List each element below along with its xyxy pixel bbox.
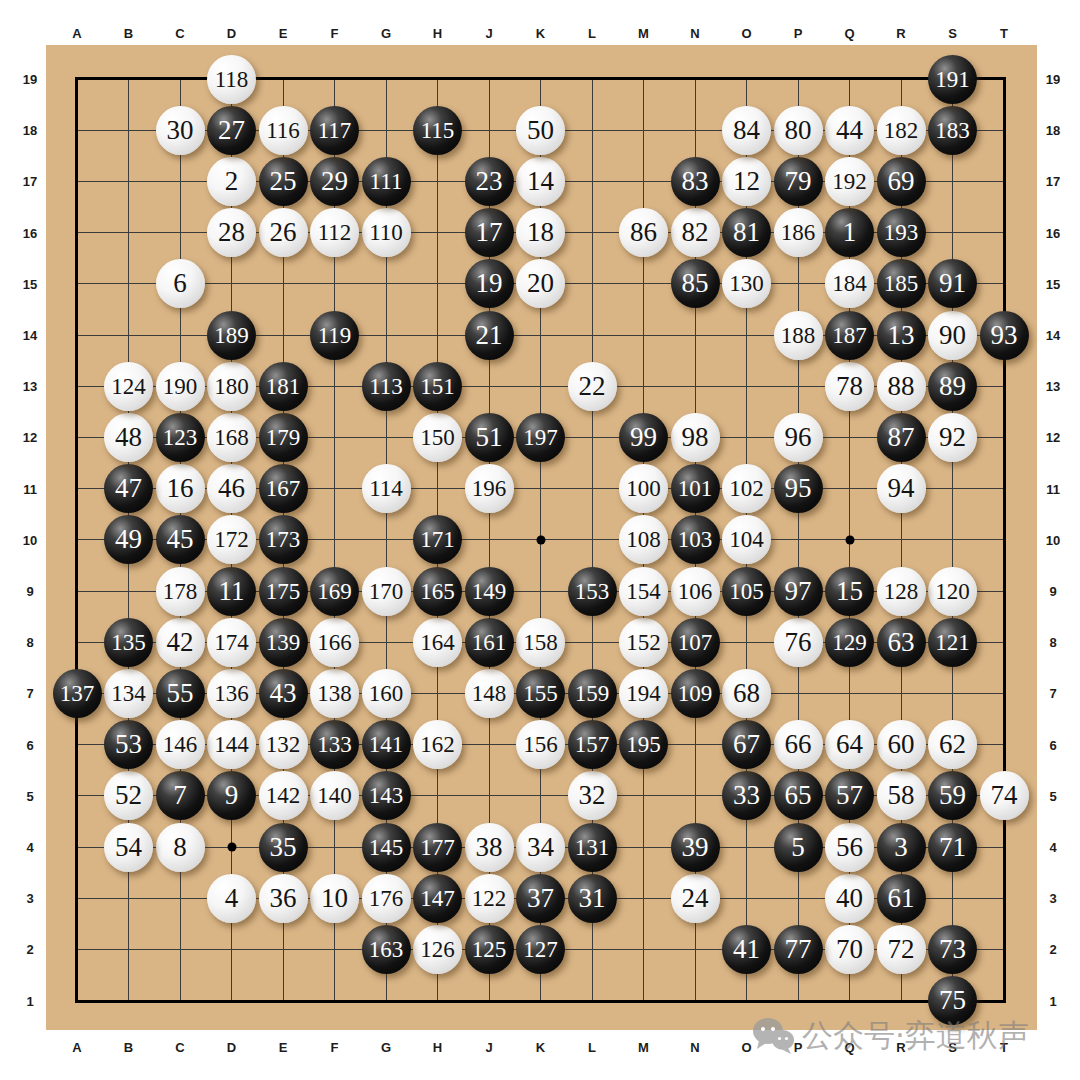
stone-J14: 21 bbox=[465, 311, 514, 360]
stone-H6: 162 bbox=[413, 720, 462, 769]
stone-M11: 100 bbox=[619, 464, 668, 513]
stone-E3: 36 bbox=[259, 874, 308, 923]
col-label-bottom-K: K bbox=[536, 1040, 545, 1055]
row-label-right-17: 17 bbox=[1046, 174, 1060, 189]
row-label-right-9: 9 bbox=[1049, 584, 1056, 599]
stone-B6: 53 bbox=[104, 720, 153, 769]
col-label-top-H: H bbox=[433, 26, 442, 41]
stone-R17: 69 bbox=[877, 157, 926, 206]
stone-O16: 81 bbox=[722, 208, 771, 257]
stone-R13: 88 bbox=[877, 362, 926, 411]
stone-N11: 101 bbox=[671, 464, 720, 513]
col-label-bottom-C: C bbox=[175, 1040, 184, 1055]
stone-C10: 45 bbox=[156, 515, 205, 564]
stone-L6: 157 bbox=[568, 720, 617, 769]
stone-G9: 170 bbox=[362, 567, 411, 616]
stone-R8: 63 bbox=[877, 618, 926, 667]
stone-N7: 109 bbox=[671, 669, 720, 718]
col-label-top-S: S bbox=[948, 26, 957, 41]
stone-E18: 116 bbox=[259, 106, 308, 155]
stone-R14: 13 bbox=[877, 311, 926, 360]
stone-B7: 134 bbox=[104, 669, 153, 718]
stone-H13: 151 bbox=[413, 362, 462, 411]
stone-F18: 117 bbox=[310, 106, 359, 155]
stone-O10: 104 bbox=[722, 515, 771, 564]
stone-D11: 46 bbox=[207, 464, 256, 513]
stone-L3: 31 bbox=[568, 874, 617, 923]
stone-S12: 92 bbox=[928, 413, 977, 462]
stone-Q5: 57 bbox=[825, 771, 874, 820]
stone-P18: 80 bbox=[774, 106, 823, 155]
stone-M8: 152 bbox=[619, 618, 668, 667]
stone-K15: 20 bbox=[516, 259, 565, 308]
row-label-left-17: 17 bbox=[23, 174, 37, 189]
stone-N12: 98 bbox=[671, 413, 720, 462]
stone-Q16: 1 bbox=[825, 208, 874, 257]
stone-O9: 105 bbox=[722, 567, 771, 616]
row-label-right-12: 12 bbox=[1046, 430, 1060, 445]
stone-M9: 154 bbox=[619, 567, 668, 616]
col-label-bottom-L: L bbox=[588, 1040, 596, 1055]
stone-D9: 11 bbox=[207, 567, 256, 616]
stone-C8: 42 bbox=[156, 618, 205, 667]
row-label-left-3: 3 bbox=[26, 891, 33, 906]
col-label-top-M: M bbox=[638, 26, 649, 41]
row-label-left-4: 4 bbox=[26, 840, 33, 855]
stone-M7: 194 bbox=[619, 669, 668, 718]
stone-S2: 73 bbox=[928, 925, 977, 974]
stone-G5: 143 bbox=[362, 771, 411, 820]
stone-K3: 37 bbox=[516, 874, 565, 923]
stone-S6: 62 bbox=[928, 720, 977, 769]
stone-H18: 115 bbox=[413, 106, 462, 155]
stone-J12: 51 bbox=[465, 413, 514, 462]
row-label-left-6: 6 bbox=[26, 737, 33, 752]
stone-J15: 19 bbox=[465, 259, 514, 308]
row-label-left-15: 15 bbox=[23, 276, 37, 291]
stone-R5: 58 bbox=[877, 771, 926, 820]
stone-R12: 87 bbox=[877, 413, 926, 462]
row-label-left-2: 2 bbox=[26, 942, 33, 957]
col-label-bottom-D: D bbox=[227, 1040, 236, 1055]
stone-Q2: 70 bbox=[825, 925, 874, 974]
row-label-right-16: 16 bbox=[1046, 225, 1060, 240]
col-label-bottom-A: A bbox=[72, 1040, 81, 1055]
stone-T14: 93 bbox=[980, 311, 1029, 360]
row-label-right-8: 8 bbox=[1049, 635, 1056, 650]
stone-N8: 107 bbox=[671, 618, 720, 667]
stone-C18: 30 bbox=[156, 106, 205, 155]
row-label-right-14: 14 bbox=[1046, 328, 1060, 343]
stone-O6: 67 bbox=[722, 720, 771, 769]
stone-E16: 26 bbox=[259, 208, 308, 257]
stone-K6: 156 bbox=[516, 720, 565, 769]
stone-R6: 60 bbox=[877, 720, 926, 769]
col-label-top-T: T bbox=[1000, 26, 1008, 41]
row-label-right-7: 7 bbox=[1049, 686, 1056, 701]
stone-O11: 102 bbox=[722, 464, 771, 513]
col-label-bottom-J: J bbox=[485, 1040, 492, 1055]
stone-J11: 196 bbox=[465, 464, 514, 513]
col-label-bottom-B: B bbox=[124, 1040, 133, 1055]
stone-E5: 142 bbox=[259, 771, 308, 820]
stone-R16: 193 bbox=[877, 208, 926, 257]
row-label-left-16: 16 bbox=[23, 225, 37, 240]
stone-C13: 190 bbox=[156, 362, 205, 411]
row-label-left-9: 9 bbox=[26, 584, 33, 599]
stone-H2: 126 bbox=[413, 925, 462, 974]
stone-P9: 97 bbox=[774, 567, 823, 616]
stone-G4: 145 bbox=[362, 823, 411, 872]
stone-Q3: 40 bbox=[825, 874, 874, 923]
row-label-left-18: 18 bbox=[23, 123, 37, 138]
stone-P5: 65 bbox=[774, 771, 823, 820]
col-label-top-F: F bbox=[331, 26, 339, 41]
stone-O2: 41 bbox=[722, 925, 771, 974]
go-kifu-page: AABBCCDDEEFFGGHHJJKKLLMMNNOOPPQQRRSSTT19… bbox=[0, 0, 1080, 1080]
star-point-K10 bbox=[536, 535, 545, 544]
stone-H12: 150 bbox=[413, 413, 462, 462]
stone-N4: 39 bbox=[671, 823, 720, 872]
stone-P11: 95 bbox=[774, 464, 823, 513]
stone-J8: 161 bbox=[465, 618, 514, 667]
stone-C15: 6 bbox=[156, 259, 205, 308]
stone-N16: 82 bbox=[671, 208, 720, 257]
stone-Q8: 129 bbox=[825, 618, 874, 667]
stone-D17: 2 bbox=[207, 157, 256, 206]
stone-M16: 86 bbox=[619, 208, 668, 257]
stone-H10: 171 bbox=[413, 515, 462, 564]
stone-P2: 77 bbox=[774, 925, 823, 974]
row-label-left-7: 7 bbox=[26, 686, 33, 701]
stone-F7: 138 bbox=[310, 669, 359, 718]
stone-F16: 112 bbox=[310, 208, 359, 257]
star-point-Q10 bbox=[845, 535, 854, 544]
star-point-D4 bbox=[227, 843, 236, 852]
col-label-top-P: P bbox=[794, 26, 803, 41]
stone-F5: 140 bbox=[310, 771, 359, 820]
stone-F9: 169 bbox=[310, 567, 359, 616]
row-label-right-15: 15 bbox=[1046, 276, 1060, 291]
row-label-left-1: 1 bbox=[26, 993, 33, 1008]
row-label-right-18: 18 bbox=[1046, 123, 1060, 138]
stone-S14: 90 bbox=[928, 311, 977, 360]
stone-J3: 122 bbox=[465, 874, 514, 923]
stone-B13: 124 bbox=[104, 362, 153, 411]
col-label-top-N: N bbox=[690, 26, 699, 41]
stone-F8: 166 bbox=[310, 618, 359, 667]
stone-G2: 163 bbox=[362, 925, 411, 974]
stone-S13: 89 bbox=[928, 362, 977, 411]
stone-Q15: 184 bbox=[825, 259, 874, 308]
stone-C11: 16 bbox=[156, 464, 205, 513]
stone-L5: 32 bbox=[568, 771, 617, 820]
col-label-top-D: D bbox=[227, 26, 236, 41]
stone-D5: 9 bbox=[207, 771, 256, 820]
stone-C9: 178 bbox=[156, 567, 205, 616]
stone-J4: 38 bbox=[465, 823, 514, 872]
row-label-right-6: 6 bbox=[1049, 737, 1056, 752]
wechat-icon bbox=[752, 1016, 794, 1056]
stone-H8: 164 bbox=[413, 618, 462, 667]
stone-G7: 160 bbox=[362, 669, 411, 718]
stone-P12: 96 bbox=[774, 413, 823, 462]
watermark-text: 公众号·弈道秋声 bbox=[802, 1015, 1029, 1057]
stone-J9: 149 bbox=[465, 567, 514, 616]
stone-R18: 182 bbox=[877, 106, 926, 155]
stone-O7: 68 bbox=[722, 669, 771, 718]
stone-P16: 186 bbox=[774, 208, 823, 257]
stone-E9: 175 bbox=[259, 567, 308, 616]
stone-E17: 25 bbox=[259, 157, 308, 206]
stone-G11: 114 bbox=[362, 464, 411, 513]
stone-C4: 8 bbox=[156, 823, 205, 872]
col-label-top-L: L bbox=[588, 26, 596, 41]
col-label-bottom-M: M bbox=[638, 1040, 649, 1055]
stone-C12: 123 bbox=[156, 413, 205, 462]
stone-K2: 127 bbox=[516, 925, 565, 974]
stone-S9: 120 bbox=[928, 567, 977, 616]
stone-G6: 141 bbox=[362, 720, 411, 769]
col-label-top-C: C bbox=[175, 26, 184, 41]
stone-S18: 183 bbox=[928, 106, 977, 155]
stone-R9: 128 bbox=[877, 567, 926, 616]
stone-N10: 103 bbox=[671, 515, 720, 564]
stone-R15: 185 bbox=[877, 259, 926, 308]
stone-D19: 118 bbox=[207, 55, 256, 104]
stone-B10: 49 bbox=[104, 515, 153, 564]
stone-H4: 177 bbox=[413, 823, 462, 872]
col-label-bottom-H: H bbox=[433, 1040, 442, 1055]
stone-D13: 180 bbox=[207, 362, 256, 411]
stone-O5: 33 bbox=[722, 771, 771, 820]
stone-N3: 24 bbox=[671, 874, 720, 923]
stone-K17: 14 bbox=[516, 157, 565, 206]
stone-E6: 132 bbox=[259, 720, 308, 769]
stone-P8: 76 bbox=[774, 618, 823, 667]
stone-N9: 106 bbox=[671, 567, 720, 616]
row-label-right-5: 5 bbox=[1049, 788, 1056, 803]
watermark: 公众号·弈道秋声 bbox=[752, 1010, 1029, 1062]
stone-E10: 173 bbox=[259, 515, 308, 564]
row-label-left-13: 13 bbox=[23, 379, 37, 394]
stone-M6: 195 bbox=[619, 720, 668, 769]
stone-H3: 147 bbox=[413, 874, 462, 923]
stone-P6: 66 bbox=[774, 720, 823, 769]
stone-R2: 72 bbox=[877, 925, 926, 974]
stone-S15: 91 bbox=[928, 259, 977, 308]
stone-Q13: 78 bbox=[825, 362, 874, 411]
stone-K7: 155 bbox=[516, 669, 565, 718]
stone-Q9: 15 bbox=[825, 567, 874, 616]
stone-O17: 12 bbox=[722, 157, 771, 206]
row-label-right-4: 4 bbox=[1049, 840, 1056, 855]
stone-D8: 174 bbox=[207, 618, 256, 667]
col-label-top-Q: Q bbox=[844, 26, 854, 41]
stone-T5: 74 bbox=[980, 771, 1029, 820]
stone-P4: 5 bbox=[774, 823, 823, 872]
stone-D16: 28 bbox=[207, 208, 256, 257]
stone-B5: 52 bbox=[104, 771, 153, 820]
stone-F17: 29 bbox=[310, 157, 359, 206]
stone-E8: 139 bbox=[259, 618, 308, 667]
col-label-top-O: O bbox=[741, 26, 751, 41]
stone-E4: 35 bbox=[259, 823, 308, 872]
row-label-right-19: 19 bbox=[1046, 72, 1060, 87]
row-label-right-3: 3 bbox=[1049, 891, 1056, 906]
row-label-right-2: 2 bbox=[1049, 942, 1056, 957]
col-label-top-K: K bbox=[536, 26, 545, 41]
row-label-left-5: 5 bbox=[26, 788, 33, 803]
col-label-top-E: E bbox=[279, 26, 288, 41]
stone-Q4: 56 bbox=[825, 823, 874, 872]
stone-D6: 144 bbox=[207, 720, 256, 769]
stone-E13: 181 bbox=[259, 362, 308, 411]
stone-R11: 94 bbox=[877, 464, 926, 513]
stone-B4: 54 bbox=[104, 823, 153, 872]
stone-Q17: 192 bbox=[825, 157, 874, 206]
stone-P17: 79 bbox=[774, 157, 823, 206]
stone-F6: 133 bbox=[310, 720, 359, 769]
col-label-bottom-G: G bbox=[381, 1040, 391, 1055]
stone-M12: 99 bbox=[619, 413, 668, 462]
col-label-top-B: B bbox=[124, 26, 133, 41]
stone-Q14: 187 bbox=[825, 311, 874, 360]
stone-F3: 10 bbox=[310, 874, 359, 923]
stone-K8: 158 bbox=[516, 618, 565, 667]
stone-N15: 85 bbox=[671, 259, 720, 308]
stone-L4: 131 bbox=[568, 823, 617, 872]
stone-Q18: 44 bbox=[825, 106, 874, 155]
stone-S5: 59 bbox=[928, 771, 977, 820]
stone-K18: 50 bbox=[516, 106, 565, 155]
stone-J2: 125 bbox=[465, 925, 514, 974]
stone-G17: 111 bbox=[362, 157, 411, 206]
col-label-bottom-E: E bbox=[279, 1040, 288, 1055]
row-label-left-10: 10 bbox=[23, 532, 37, 547]
stone-J17: 23 bbox=[465, 157, 514, 206]
stone-J7: 148 bbox=[465, 669, 514, 718]
row-label-left-11: 11 bbox=[23, 481, 37, 496]
row-label-left-12: 12 bbox=[23, 430, 37, 445]
stone-D12: 168 bbox=[207, 413, 256, 462]
stone-S4: 71 bbox=[928, 823, 977, 872]
stone-G16: 110 bbox=[362, 208, 411, 257]
col-label-bottom-N: N bbox=[690, 1040, 699, 1055]
stone-D10: 172 bbox=[207, 515, 256, 564]
stone-D7: 136 bbox=[207, 669, 256, 718]
stone-Q6: 64 bbox=[825, 720, 874, 769]
col-label-top-J: J bbox=[485, 26, 492, 41]
stone-E11: 167 bbox=[259, 464, 308, 513]
stone-D14: 189 bbox=[207, 311, 256, 360]
stone-J16: 17 bbox=[465, 208, 514, 257]
stone-K4: 34 bbox=[516, 823, 565, 872]
stone-C5: 7 bbox=[156, 771, 205, 820]
stone-L7: 159 bbox=[568, 669, 617, 718]
row-label-right-13: 13 bbox=[1046, 379, 1060, 394]
stone-H9: 165 bbox=[413, 567, 462, 616]
stone-G3: 176 bbox=[362, 874, 411, 923]
col-label-top-R: R bbox=[896, 26, 905, 41]
row-label-left-14: 14 bbox=[23, 328, 37, 343]
stone-S8: 121 bbox=[928, 618, 977, 667]
row-label-right-11: 11 bbox=[1046, 481, 1060, 496]
stone-G13: 113 bbox=[362, 362, 411, 411]
stone-K12: 197 bbox=[516, 413, 565, 462]
stone-C7: 55 bbox=[156, 669, 205, 718]
stone-E12: 179 bbox=[259, 413, 308, 462]
col-label-bottom-F: F bbox=[331, 1040, 339, 1055]
stone-L13: 22 bbox=[568, 362, 617, 411]
stone-K16: 18 bbox=[516, 208, 565, 257]
col-label-top-A: A bbox=[72, 26, 81, 41]
stone-L9: 153 bbox=[568, 567, 617, 616]
stone-R4: 3 bbox=[877, 823, 926, 872]
stone-O18: 84 bbox=[722, 106, 771, 155]
stone-S19: 191 bbox=[928, 55, 977, 104]
stone-F14: 119 bbox=[310, 311, 359, 360]
stone-D18: 27 bbox=[207, 106, 256, 155]
stone-N17: 83 bbox=[671, 157, 720, 206]
stone-C6: 146 bbox=[156, 720, 205, 769]
stone-B11: 47 bbox=[104, 464, 153, 513]
stone-A7: 137 bbox=[53, 669, 102, 718]
row-label-left-19: 19 bbox=[23, 72, 37, 87]
row-label-left-8: 8 bbox=[26, 635, 33, 650]
stone-D3: 4 bbox=[207, 874, 256, 923]
stone-E7: 43 bbox=[259, 669, 308, 718]
col-label-bottom-O: O bbox=[741, 1040, 751, 1055]
row-label-right-10: 10 bbox=[1046, 532, 1060, 547]
stone-B8: 135 bbox=[104, 618, 153, 667]
col-label-top-G: G bbox=[381, 26, 391, 41]
stone-M10: 108 bbox=[619, 515, 668, 564]
stone-P14: 188 bbox=[774, 311, 823, 360]
stone-R3: 61 bbox=[877, 874, 926, 923]
stone-O15: 130 bbox=[722, 259, 771, 308]
stone-B12: 48 bbox=[104, 413, 153, 462]
row-label-right-1: 1 bbox=[1049, 993, 1056, 1008]
